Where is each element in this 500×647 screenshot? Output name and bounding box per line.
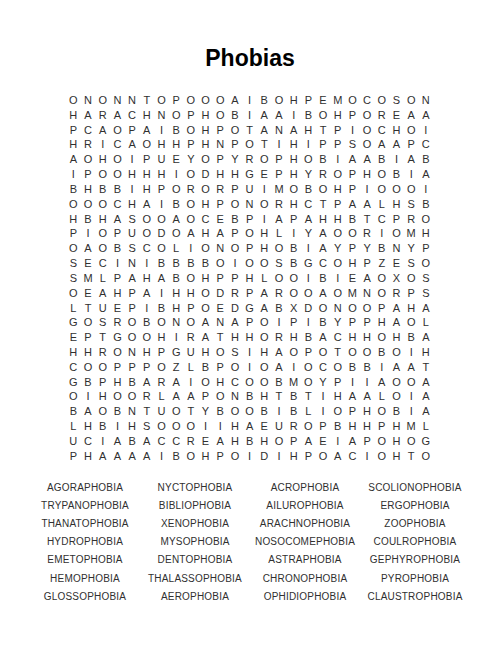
grid-cell-r9c21[interactable]: T — [360, 212, 375, 227]
grid-cell-r18c20[interactable]: O — [345, 345, 360, 360]
grid-cell-r22c19[interactable]: O — [330, 404, 345, 419]
grid-cell-r22c17[interactable]: L — [301, 404, 316, 419]
grid-cell-r4c6[interactable]: O — [139, 137, 154, 152]
grid-cell-r18c12[interactable]: S — [228, 345, 243, 360]
grid-cell-r14c12[interactable]: R — [228, 286, 243, 301]
grid-cell-r9c2[interactable]: B — [81, 212, 96, 227]
grid-cell-r20c10[interactable]: O — [198, 375, 213, 390]
grid-cell-r24c6[interactable]: A — [139, 434, 154, 449]
grid-cell-r3c15[interactable]: N — [272, 123, 287, 138]
grid-cell-r18c14[interactable]: H — [257, 345, 272, 360]
grid-cell-r17c21[interactable]: H — [360, 330, 375, 345]
grid-cell-r6c11[interactable]: H — [213, 167, 228, 182]
grid-cell-r5c2[interactable]: O — [81, 152, 96, 167]
grid-cell-r13c9[interactable]: O — [184, 271, 199, 286]
grid-cell-r9c23[interactable]: P — [389, 212, 404, 227]
grid-cell-r24c16[interactable]: P — [286, 434, 301, 449]
grid-cell-r25c1[interactable]: P — [66, 449, 81, 464]
grid-cell-r23c1[interactable]: L — [66, 419, 81, 434]
grid-cell-r17c9[interactable]: R — [184, 330, 199, 345]
grid-cell-r20c11[interactable]: H — [213, 375, 228, 390]
grid-cell-r1c2[interactable]: N — [81, 93, 96, 108]
grid-cell-r12c5[interactable]: N — [125, 256, 140, 271]
grid-cell-r22c15[interactable]: I — [272, 404, 287, 419]
grid-cell-r1c12[interactable]: A — [228, 93, 243, 108]
grid-cell-r7c6[interactable]: H — [139, 182, 154, 197]
grid-cell-r3c11[interactable]: P — [213, 123, 228, 138]
grid-cell-r17c1[interactable]: E — [66, 330, 81, 345]
grid-cell-r2c14[interactable]: A — [257, 108, 272, 123]
grid-cell-r1c17[interactable]: P — [301, 93, 316, 108]
grid-cell-r10c9[interactable]: A — [184, 226, 199, 241]
grid-cell-r9c16[interactable]: P — [286, 212, 301, 227]
grid-cell-r23c2[interactable]: H — [81, 419, 96, 434]
grid-cell-r19c4[interactable]: P — [110, 360, 125, 375]
grid-cell-r12c23[interactable]: E — [389, 256, 404, 271]
grid-cell-r24c22[interactable]: O — [374, 434, 389, 449]
grid-cell-r5c13[interactable]: R — [242, 152, 257, 167]
grid-cell-r10c12[interactable]: P — [228, 226, 243, 241]
grid-cell-r19c20[interactable]: B — [345, 360, 360, 375]
grid-cell-r1c22[interactable]: O — [374, 93, 389, 108]
grid-cell-r22c5[interactable]: N — [125, 404, 140, 419]
grid-cell-r25c9[interactable]: O — [184, 449, 199, 464]
grid-cell-r8c14[interactable]: O — [257, 197, 272, 212]
grid-cell-r25c13[interactable]: I — [242, 449, 257, 464]
grid-cell-r7c4[interactable]: B — [110, 182, 125, 197]
grid-cell-r11c8[interactable]: L — [169, 241, 184, 256]
grid-cell-r4c25[interactable]: C — [419, 137, 434, 152]
grid-cell-r18c21[interactable]: O — [360, 345, 375, 360]
grid-cell-r5c4[interactable]: O — [110, 152, 125, 167]
grid-cell-r8c25[interactable]: B — [419, 197, 434, 212]
grid-cell-r5c9[interactable]: Y — [184, 152, 199, 167]
grid-cell-r8c21[interactable]: A — [360, 197, 375, 212]
grid-cell-r8c2[interactable]: O — [81, 197, 96, 212]
grid-cell-r12c3[interactable]: C — [95, 256, 110, 271]
grid-cell-r25c20[interactable]: C — [345, 449, 360, 464]
grid-cell-r8c10[interactable]: H — [198, 197, 213, 212]
grid-cell-r7c10[interactable]: O — [198, 182, 213, 197]
grid-cell-r6c21[interactable]: H — [360, 167, 375, 182]
grid-cell-r14c7[interactable]: I — [154, 286, 169, 301]
grid-cell-r16c22[interactable]: H — [374, 315, 389, 330]
grid-cell-r2c4[interactable]: A — [110, 108, 125, 123]
grid-cell-r25c7[interactable]: I — [154, 449, 169, 464]
grid-cell-r9c15[interactable]: A — [272, 212, 287, 227]
grid-cell-r8c4[interactable]: C — [110, 197, 125, 212]
grid-cell-r19c22[interactable]: I — [374, 360, 389, 375]
grid-cell-r24c13[interactable]: B — [242, 434, 257, 449]
grid-cell-r21c19[interactable]: H — [330, 390, 345, 405]
grid-cell-r13c24[interactable]: O — [404, 271, 419, 286]
grid-cell-r7c15[interactable]: M — [272, 182, 287, 197]
grid-cell-r1c19[interactable]: M — [330, 93, 345, 108]
grid-cell-r16c14[interactable]: O — [257, 315, 272, 330]
grid-cell-r7c9[interactable]: R — [184, 182, 199, 197]
grid-cell-r18c5[interactable]: N — [125, 345, 140, 360]
grid-cell-r25c4[interactable]: A — [110, 449, 125, 464]
grid-cell-r16c6[interactable]: B — [139, 315, 154, 330]
grid-cell-r12c7[interactable]: B — [154, 256, 169, 271]
grid-cell-r2c22[interactable]: R — [374, 108, 389, 123]
grid-cell-r6c12[interactable]: H — [228, 167, 243, 182]
grid-cell-r24c17[interactable]: A — [301, 434, 316, 449]
grid-cell-r24c21[interactable]: P — [360, 434, 375, 449]
grid-cell-r10c14[interactable]: H — [257, 226, 272, 241]
grid-cell-r12c11[interactable]: O — [213, 256, 228, 271]
grid-cell-r18c7[interactable]: P — [154, 345, 169, 360]
grid-cell-r24c10[interactable]: E — [198, 434, 213, 449]
grid-cell-r25c15[interactable]: I — [272, 449, 287, 464]
grid-cell-r14c1[interactable]: O — [66, 286, 81, 301]
grid-cell-r19c6[interactable]: P — [139, 360, 154, 375]
grid-cell-r1c3[interactable]: O — [95, 93, 110, 108]
grid-cell-r3c24[interactable]: O — [404, 123, 419, 138]
grid-cell-r4c14[interactable]: T — [257, 137, 272, 152]
grid-cell-r15c9[interactable]: P — [184, 301, 199, 316]
grid-cell-r18c11[interactable]: O — [213, 345, 228, 360]
grid-cell-r7c21[interactable]: I — [360, 182, 375, 197]
grid-cell-r10c8[interactable]: O — [169, 226, 184, 241]
grid-cell-r23c16[interactable]: R — [286, 419, 301, 434]
grid-cell-r19c3[interactable]: O — [95, 360, 110, 375]
grid-cell-r1c16[interactable]: H — [286, 93, 301, 108]
grid-cell-r5c24[interactable]: A — [404, 152, 419, 167]
grid-cell-r21c12[interactable]: N — [228, 390, 243, 405]
grid-cell-r6c25[interactable]: A — [419, 167, 434, 182]
grid-cell-r9c1[interactable]: H — [66, 212, 81, 227]
grid-cell-r18c8[interactable]: G — [169, 345, 184, 360]
grid-cell-r2c23[interactable]: E — [389, 108, 404, 123]
grid-cell-r11c4[interactable]: B — [110, 241, 125, 256]
grid-cell-r7c22[interactable]: O — [374, 182, 389, 197]
grid-cell-r20c7[interactable]: R — [154, 375, 169, 390]
grid-cell-r24c12[interactable]: H — [228, 434, 243, 449]
grid-cell-r4c17[interactable]: I — [301, 137, 316, 152]
grid-cell-r20c16[interactable]: M — [286, 375, 301, 390]
grid-cell-r9c5[interactable]: S — [125, 212, 140, 227]
grid-cell-r3c3[interactable]: A — [95, 123, 110, 138]
grid-cell-r4c16[interactable]: H — [286, 137, 301, 152]
grid-cell-r19c2[interactable]: O — [81, 360, 96, 375]
grid-cell-r23c10[interactable]: I — [198, 419, 213, 434]
grid-cell-r25c14[interactable]: D — [257, 449, 272, 464]
grid-cell-r17c7[interactable]: H — [154, 330, 169, 345]
grid-cell-r14c15[interactable]: R — [272, 286, 287, 301]
grid-cell-r21c6[interactable]: R — [139, 390, 154, 405]
grid-cell-r12c8[interactable]: B — [169, 256, 184, 271]
grid-cell-r6c4[interactable]: O — [110, 167, 125, 182]
grid-cell-r6c23[interactable]: B — [389, 167, 404, 182]
grid-cell-r15c15[interactable]: B — [272, 301, 287, 316]
grid-cell-r7c23[interactable]: O — [389, 182, 404, 197]
grid-cell-r23c14[interactable]: E — [257, 419, 272, 434]
grid-cell-r16c15[interactable]: I — [272, 315, 287, 330]
grid-cell-r2c11[interactable]: O — [213, 108, 228, 123]
grid-cell-r16c3[interactable]: S — [95, 315, 110, 330]
grid-cell-r16c8[interactable]: N — [169, 315, 184, 330]
grid-cell-r10c16[interactable]: I — [286, 226, 301, 241]
grid-cell-r24c9[interactable]: R — [184, 434, 199, 449]
grid-cell-r13c1[interactable]: S — [66, 271, 81, 286]
grid-cell-r15c20[interactable]: O — [345, 301, 360, 316]
grid-cell-r14c18[interactable]: A — [316, 286, 331, 301]
grid-cell-r25c25[interactable]: O — [419, 449, 434, 464]
grid-cell-r25c2[interactable]: H — [81, 449, 96, 464]
grid-cell-r6c8[interactable]: I — [169, 167, 184, 182]
grid-cell-r20c1[interactable]: G — [66, 375, 81, 390]
grid-cell-r9c12[interactable]: B — [228, 212, 243, 227]
grid-cell-r10c4[interactable]: P — [110, 226, 125, 241]
grid-cell-r15c1[interactable]: L — [66, 301, 81, 316]
grid-cell-r9c10[interactable]: C — [198, 212, 213, 227]
grid-cell-r18c2[interactable]: H — [81, 345, 96, 360]
grid-cell-r12c13[interactable]: O — [242, 256, 257, 271]
grid-cell-r11c15[interactable]: O — [272, 241, 287, 256]
grid-cell-r3c1[interactable]: P — [66, 123, 81, 138]
grid-cell-r3c13[interactable]: T — [242, 123, 257, 138]
grid-cell-r17c18[interactable]: A — [316, 330, 331, 345]
grid-cell-r13c16[interactable]: O — [286, 271, 301, 286]
grid-cell-r5c1[interactable]: A — [66, 152, 81, 167]
grid-cell-r18c9[interactable]: U — [184, 345, 199, 360]
grid-cell-r14c22[interactable]: O — [374, 286, 389, 301]
grid-cell-r1c15[interactable]: O — [272, 93, 287, 108]
grid-cell-r14c25[interactable]: S — [419, 286, 434, 301]
grid-cell-r19c24[interactable]: A — [404, 360, 419, 375]
grid-cell-r17c23[interactable]: H — [389, 330, 404, 345]
grid-cell-r16c1[interactable]: G — [66, 315, 81, 330]
grid-cell-r8c11[interactable]: P — [213, 197, 228, 212]
grid-cell-r20c5[interactable]: B — [125, 375, 140, 390]
grid-cell-r24c4[interactable]: A — [110, 434, 125, 449]
grid-cell-r16c18[interactable]: B — [316, 315, 331, 330]
grid-cell-r22c9[interactable]: T — [184, 404, 199, 419]
grid-cell-r10c11[interactable]: A — [213, 226, 228, 241]
grid-cell-r20c20[interactable]: I — [345, 375, 360, 390]
grid-cell-r3c5[interactable]: P — [125, 123, 140, 138]
grid-cell-r8c20[interactable]: A — [345, 197, 360, 212]
grid-cell-r1c11[interactable]: O — [213, 93, 228, 108]
grid-cell-r25c6[interactable]: A — [139, 449, 154, 464]
grid-cell-r10c19[interactable]: O — [330, 226, 345, 241]
grid-cell-r12c25[interactable]: O — [419, 256, 434, 271]
grid-cell-r17c19[interactable]: C — [330, 330, 345, 345]
grid-cell-r18c4[interactable]: O — [110, 345, 125, 360]
grid-cell-r15c18[interactable]: O — [316, 301, 331, 316]
grid-cell-r4c11[interactable]: N — [213, 137, 228, 152]
grid-cell-r8c6[interactable]: A — [139, 197, 154, 212]
grid-cell-r21c24[interactable]: I — [404, 390, 419, 405]
grid-cell-r19c7[interactable]: O — [154, 360, 169, 375]
grid-cell-r21c8[interactable]: A — [169, 390, 184, 405]
grid-cell-r2c1[interactable]: H — [66, 108, 81, 123]
grid-cell-r21c11[interactable]: O — [213, 390, 228, 405]
grid-cell-r3c10[interactable]: H — [198, 123, 213, 138]
grid-cell-r1c1[interactable]: O — [66, 93, 81, 108]
grid-cell-r22c8[interactable]: O — [169, 404, 184, 419]
grid-cell-r6c14[interactable]: E — [257, 167, 272, 182]
grid-cell-r7c5[interactable]: I — [125, 182, 140, 197]
grid-cell-r25c17[interactable]: P — [301, 449, 316, 464]
grid-cell-r9c25[interactable]: O — [419, 212, 434, 227]
grid-cell-r20c9[interactable]: I — [184, 375, 199, 390]
grid-cell-r23c9[interactable]: O — [184, 419, 199, 434]
grid-cell-r2c19[interactable]: H — [330, 108, 345, 123]
grid-cell-r21c22[interactable]: L — [374, 390, 389, 405]
grid-cell-r6c24[interactable]: I — [404, 167, 419, 182]
grid-cell-r7c11[interactable]: R — [213, 182, 228, 197]
grid-cell-r24c18[interactable]: E — [316, 434, 331, 449]
grid-cell-r24c2[interactable]: C — [81, 434, 96, 449]
grid-cell-r22c21[interactable]: H — [360, 404, 375, 419]
grid-cell-r16c10[interactable]: A — [198, 315, 213, 330]
grid-cell-r6c17[interactable]: Y — [301, 167, 316, 182]
grid-cell-r9c7[interactable]: O — [154, 212, 169, 227]
grid-cell-r3c19[interactable]: P — [330, 123, 345, 138]
grid-cell-r11c3[interactable]: O — [95, 241, 110, 256]
grid-cell-r7c12[interactable]: P — [228, 182, 243, 197]
grid-cell-r8c16[interactable]: H — [286, 197, 301, 212]
grid-cell-r6c16[interactable]: H — [286, 167, 301, 182]
grid-cell-r1c6[interactable]: T — [139, 93, 154, 108]
grid-cell-r9c9[interactable]: O — [184, 212, 199, 227]
grid-cell-r15c14[interactable]: A — [257, 301, 272, 316]
grid-cell-r15c4[interactable]: E — [110, 301, 125, 316]
grid-cell-r10c6[interactable]: O — [139, 226, 154, 241]
grid-cell-r3c9[interactable]: O — [184, 123, 199, 138]
grid-cell-r15c25[interactable]: A — [419, 301, 434, 316]
grid-cell-r19c18[interactable]: C — [316, 360, 331, 375]
grid-cell-r14c6[interactable]: A — [139, 286, 154, 301]
grid-cell-r20c12[interactable]: C — [228, 375, 243, 390]
grid-cell-r23c12[interactable]: H — [228, 419, 243, 434]
grid-cell-r10c2[interactable]: I — [81, 226, 96, 241]
grid-cell-r8c12[interactable]: O — [228, 197, 243, 212]
grid-cell-r24c3[interactable]: I — [95, 434, 110, 449]
grid-cell-r13c17[interactable]: I — [301, 271, 316, 286]
grid-cell-r14c5[interactable]: P — [125, 286, 140, 301]
grid-cell-r7c18[interactable]: O — [316, 182, 331, 197]
grid-cell-r16c16[interactable]: P — [286, 315, 301, 330]
grid-cell-r12c20[interactable]: H — [345, 256, 360, 271]
grid-cell-r6c10[interactable]: D — [198, 167, 213, 182]
grid-cell-r22c25[interactable]: A — [419, 404, 434, 419]
grid-cell-r17c4[interactable]: G — [110, 330, 125, 345]
grid-cell-r24c20[interactable]: A — [345, 434, 360, 449]
grid-cell-r25c23[interactable]: H — [389, 449, 404, 464]
grid-cell-r17c24[interactable]: B — [404, 330, 419, 345]
grid-cell-r1c24[interactable]: O — [404, 93, 419, 108]
grid-cell-r13c20[interactable]: E — [345, 271, 360, 286]
grid-cell-r19c5[interactable]: P — [125, 360, 140, 375]
grid-cell-r17c13[interactable]: H — [242, 330, 257, 345]
grid-cell-r12c22[interactable]: Z — [374, 256, 389, 271]
grid-cell-r1c14[interactable]: B — [257, 93, 272, 108]
grid-cell-r19c21[interactable]: B — [360, 360, 375, 375]
grid-cell-r23c6[interactable]: S — [139, 419, 154, 434]
grid-cell-r3c8[interactable]: B — [169, 123, 184, 138]
grid-cell-r13c5[interactable]: A — [125, 271, 140, 286]
grid-cell-r23c3[interactable]: B — [95, 419, 110, 434]
grid-cell-r4c1[interactable]: H — [66, 137, 81, 152]
grid-cell-r20c15[interactable]: B — [272, 375, 287, 390]
grid-cell-r21c5[interactable]: O — [125, 390, 140, 405]
grid-cell-r11c9[interactable]: I — [184, 241, 199, 256]
grid-cell-r4c7[interactable]: H — [154, 137, 169, 152]
grid-cell-r5c22[interactable]: B — [374, 152, 389, 167]
grid-cell-r5c5[interactable]: I — [125, 152, 140, 167]
grid-cell-r14c19[interactable]: O — [330, 286, 345, 301]
grid-cell-r10c24[interactable]: M — [404, 226, 419, 241]
grid-cell-r4c22[interactable]: A — [374, 137, 389, 152]
grid-cell-r23c25[interactable]: L — [419, 419, 434, 434]
grid-cell-r7c19[interactable]: H — [330, 182, 345, 197]
grid-cell-r13c2[interactable]: M — [81, 271, 96, 286]
grid-cell-r4c13[interactable]: O — [242, 137, 257, 152]
grid-cell-r23c17[interactable]: O — [301, 419, 316, 434]
grid-cell-r14c24[interactable]: P — [404, 286, 419, 301]
grid-cell-r21c13[interactable]: B — [242, 390, 257, 405]
grid-cell-r12c14[interactable]: O — [257, 256, 272, 271]
grid-cell-r12c6[interactable]: I — [139, 256, 154, 271]
grid-cell-r1c9[interactable]: O — [184, 93, 199, 108]
grid-cell-r5c14[interactable]: O — [257, 152, 272, 167]
grid-cell-r15c11[interactable]: E — [213, 301, 228, 316]
grid-cell-r16c13[interactable]: P — [242, 315, 257, 330]
grid-cell-r1c23[interactable]: S — [389, 93, 404, 108]
grid-cell-r5c3[interactable]: H — [95, 152, 110, 167]
grid-cell-r25c3[interactable]: A — [95, 449, 110, 464]
grid-cell-r13c4[interactable]: P — [110, 271, 125, 286]
grid-cell-r21c21[interactable]: A — [360, 390, 375, 405]
grid-cell-r23c11[interactable]: I — [213, 419, 228, 434]
grid-cell-r14c8[interactable]: H — [169, 286, 184, 301]
grid-cell-r24c24[interactable]: O — [404, 434, 419, 449]
grid-cell-r21c16[interactable]: B — [286, 390, 301, 405]
grid-cell-r17c8[interactable]: I — [169, 330, 184, 345]
grid-cell-r15c22[interactable]: P — [374, 301, 389, 316]
grid-cell-r5c16[interactable]: H — [286, 152, 301, 167]
grid-cell-r1c8[interactable]: P — [169, 93, 184, 108]
grid-cell-r3c2[interactable]: C — [81, 123, 96, 138]
grid-cell-r2c6[interactable]: H — [139, 108, 154, 123]
grid-cell-r11c11[interactable]: N — [213, 241, 228, 256]
grid-cell-r22c10[interactable]: Y — [198, 404, 213, 419]
grid-cell-r25c16[interactable]: H — [286, 449, 301, 464]
grid-cell-r5c6[interactable]: P — [139, 152, 154, 167]
grid-cell-r12c16[interactable]: B — [286, 256, 301, 271]
grid-cell-r22c23[interactable]: B — [389, 404, 404, 419]
grid-cell-r11c17[interactable]: I — [301, 241, 316, 256]
grid-cell-r2c13[interactable]: I — [242, 108, 257, 123]
grid-cell-r3c25[interactable]: I — [419, 123, 434, 138]
grid-cell-r25c24[interactable]: T — [404, 449, 419, 464]
grid-cell-r19c15[interactable]: A — [272, 360, 287, 375]
grid-cell-r5c17[interactable]: O — [301, 152, 316, 167]
grid-cell-r9c22[interactable]: C — [374, 212, 389, 227]
grid-cell-r11c24[interactable]: Y — [404, 241, 419, 256]
grid-cell-r19c12[interactable]: O — [228, 360, 243, 375]
grid-cell-r13c22[interactable]: O — [374, 271, 389, 286]
grid-cell-r22c22[interactable]: O — [374, 404, 389, 419]
grid-cell-r2c25[interactable]: A — [419, 108, 434, 123]
grid-cell-r9c24[interactable]: R — [404, 212, 419, 227]
grid-cell-r23c7[interactable]: O — [154, 419, 169, 434]
grid-cell-r25c11[interactable]: P — [213, 449, 228, 464]
grid-cell-r5c7[interactable]: U — [154, 152, 169, 167]
